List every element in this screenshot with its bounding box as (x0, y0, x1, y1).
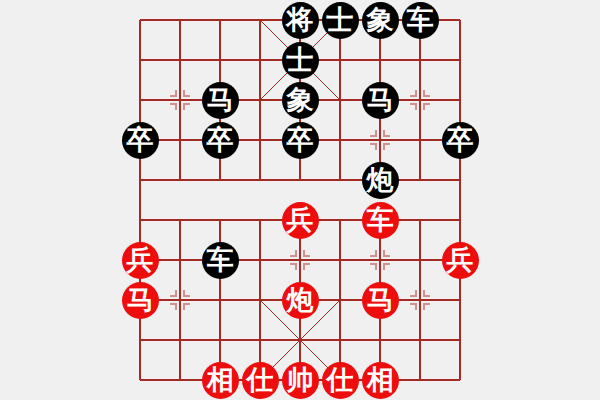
piece-black-general[interactable]: 将 (282, 2, 319, 39)
piece-black-soldier[interactable]: 卒 (202, 122, 239, 159)
piece-red-advisor[interactable]: 仕 (242, 362, 279, 399)
xiangqi-app: 将士象车士马象马卒卒卒卒炮兵车兵车兵马炮马相仕帅仕相 (0, 0, 600, 400)
piece-red-horse[interactable]: 马 (122, 282, 159, 319)
piece-black-chariot[interactable]: 车 (202, 242, 239, 279)
piece-red-soldier[interactable]: 兵 (282, 202, 319, 239)
piece-red-general[interactable]: 帅 (282, 362, 319, 399)
piece-red-elephant[interactable]: 相 (202, 362, 239, 399)
piece-red-chariot[interactable]: 车 (362, 202, 399, 239)
piece-red-cannon[interactable]: 炮 (282, 282, 319, 319)
piece-black-horse[interactable]: 马 (202, 82, 239, 119)
piece-red-elephant[interactable]: 相 (362, 362, 399, 399)
piece-black-soldier[interactable]: 卒 (122, 122, 159, 159)
piece-black-advisor[interactable]: 士 (282, 42, 319, 79)
pieces-layer: 将士象车士马象马卒卒卒卒炮兵车兵车兵马炮马相仕帅仕相 (120, 0, 480, 400)
piece-red-soldier[interactable]: 兵 (442, 242, 479, 279)
piece-black-horse[interactable]: 马 (362, 82, 399, 119)
piece-black-elephant[interactable]: 象 (282, 82, 319, 119)
piece-black-soldier[interactable]: 卒 (442, 122, 479, 159)
piece-red-advisor[interactable]: 仕 (322, 362, 359, 399)
piece-red-soldier[interactable]: 兵 (122, 242, 159, 279)
piece-red-horse[interactable]: 马 (362, 282, 399, 319)
piece-black-advisor[interactable]: 士 (322, 2, 359, 39)
piece-black-cannon[interactable]: 炮 (362, 162, 399, 199)
piece-black-chariot[interactable]: 车 (402, 2, 439, 39)
piece-black-elephant[interactable]: 象 (362, 2, 399, 39)
piece-black-soldier[interactable]: 卒 (282, 122, 319, 159)
